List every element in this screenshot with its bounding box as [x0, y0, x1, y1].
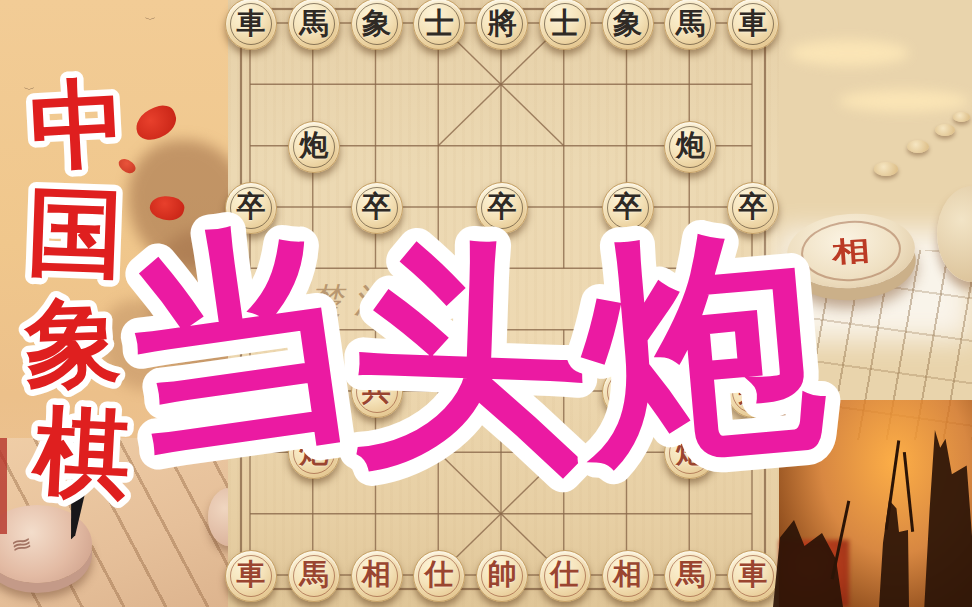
piece-character: 馬	[676, 560, 705, 589]
distant-piece	[907, 140, 929, 153]
piece-炮-black[interactable]: 炮	[288, 121, 340, 173]
xiangqi-board[interactable]: 楚 河 汉 界 車馬象士將士象馬車炮炮卒卒卒卒卒兵兵兵兵兵炮炮車馬相仕帥仕相馬車	[228, 0, 779, 607]
piece-炮-black[interactable]: 炮	[664, 121, 716, 173]
piece-將-black[interactable]: 將	[476, 0, 528, 50]
piece-象-black[interactable]: 象	[351, 0, 403, 50]
piece-character: 兵	[237, 376, 266, 405]
bird-icon: ﹀	[24, 86, 35, 94]
piece-帥-red[interactable]: 帥	[476, 550, 528, 602]
bird-icon: ﹀	[145, 16, 156, 24]
piece-士-black[interactable]: 士	[539, 0, 591, 50]
piece-character: 馬	[299, 560, 328, 589]
piece-卒-black[interactable]: 卒	[727, 182, 779, 234]
piece-character: 卒	[613, 192, 642, 221]
piece-character: 象	[613, 9, 642, 38]
cloud	[839, 90, 969, 112]
thumbnail-stage: ﹀ ﹀ ≋	[0, 0, 972, 607]
piece-仕-red[interactable]: 仕	[539, 550, 591, 602]
piece-卒-black[interactable]: 卒	[602, 182, 654, 234]
piece-character: 車	[739, 9, 768, 38]
piece-馬-black[interactable]: 馬	[288, 0, 340, 50]
distant-piece	[935, 124, 955, 136]
left-background-painting: ﹀ ﹀ ≋	[0, 0, 228, 607]
piece-卒-black[interactable]: 卒	[351, 182, 403, 234]
piece-character: 相	[613, 560, 642, 589]
piece-character: 炮	[676, 131, 705, 160]
piece-character: 車	[237, 560, 266, 589]
piece-character: 馬	[299, 9, 328, 38]
piece-character: 車	[739, 560, 768, 589]
piece-character: 相	[831, 231, 871, 270]
piece-兵-red[interactable]: 兵	[351, 366, 403, 418]
piece-character: 兵	[362, 376, 391, 405]
piece-車-red[interactable]: 車	[225, 550, 277, 602]
distant-piece	[874, 162, 898, 176]
piece-兵-red[interactable]: 兵	[602, 366, 654, 418]
river-text-left: 楚 河	[309, 280, 394, 320]
piece-炮-red[interactable]: 炮	[288, 427, 340, 479]
piece-character: 兵	[488, 376, 517, 405]
piece-象-black[interactable]: 象	[602, 0, 654, 50]
piece-卒-black[interactable]: 卒	[225, 182, 277, 234]
piece-character: 帥	[488, 560, 517, 589]
cloud	[789, 40, 909, 66]
piece-character: 象	[362, 9, 391, 38]
piece-character: 相	[362, 560, 391, 589]
board-grid: 楚 河 汉 界	[228, 0, 779, 607]
piece-character: 炮	[299, 438, 328, 467]
piece-相-red[interactable]: 相	[602, 550, 654, 602]
piece-character: 車	[237, 9, 266, 38]
piece-仕-red[interactable]: 仕	[413, 550, 465, 602]
piece-character: 仕	[425, 560, 454, 589]
piece-相-red[interactable]: 相	[351, 550, 403, 602]
piece-character: 仕	[550, 560, 579, 589]
ink-mountain	[100, 300, 180, 390]
distant-piece	[953, 112, 970, 122]
piece-兵-red[interactable]: 兵	[727, 366, 779, 418]
piece-character: 卒	[237, 192, 266, 221]
piece-character: 炮	[299, 131, 328, 160]
piece-character: 將	[488, 9, 517, 38]
piece-character: 兵	[739, 376, 768, 405]
piece-character: 士	[425, 9, 454, 38]
piece-兵-red[interactable]: 兵	[476, 366, 528, 418]
piece-車-red[interactable]: 車	[727, 550, 779, 602]
piece-engraving: ≋	[9, 527, 59, 552]
piece-車-black[interactable]: 車	[225, 0, 277, 50]
piece-character: 卒	[739, 192, 768, 221]
piece-character: 卒	[362, 192, 391, 221]
piece-卒-black[interactable]: 卒	[476, 182, 528, 234]
piece-兵-red[interactable]: 兵	[225, 366, 277, 418]
piece-character: 馬	[676, 9, 705, 38]
piece-馬-red[interactable]: 馬	[288, 550, 340, 602]
red-edge	[0, 438, 7, 534]
piece-馬-red[interactable]: 馬	[664, 550, 716, 602]
river-text-right: 汉 界	[619, 280, 699, 320]
piece-車-black[interactable]: 車	[727, 0, 779, 50]
piece-character: 炮	[676, 438, 705, 467]
piece-character: 卒	[488, 192, 517, 221]
piece-character: 士	[550, 9, 579, 38]
right-background-photo: 相	[779, 0, 972, 607]
piece-character: 兵	[613, 376, 642, 405]
petal	[131, 101, 181, 145]
